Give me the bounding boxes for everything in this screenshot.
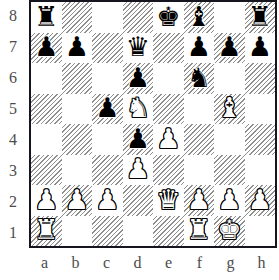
square-e7[interactable] xyxy=(153,33,184,64)
white-pawn: ♟ xyxy=(95,186,119,213)
white-pawn: ♟ xyxy=(34,186,58,213)
square-g2[interactable]: ♟ xyxy=(214,185,245,216)
square-b4[interactable] xyxy=(62,124,93,155)
square-h4[interactable] xyxy=(245,124,276,155)
square-e5[interactable] xyxy=(153,94,184,125)
square-f7[interactable]: ♟ xyxy=(184,33,215,64)
square-b3[interactable] xyxy=(62,155,93,186)
square-e1[interactable] xyxy=(153,216,184,247)
rank-label-4: 4 xyxy=(0,124,26,155)
rank-label-8: 8 xyxy=(0,0,26,31)
white-pawn: ♟ xyxy=(65,186,89,213)
square-e6[interactable] xyxy=(153,63,184,94)
square-c3[interactable] xyxy=(92,155,123,186)
rank-labels: 87654321 xyxy=(0,0,26,248)
square-a6[interactable] xyxy=(31,63,62,94)
square-h2[interactable]: ♟ xyxy=(245,185,276,216)
rank-label-5: 5 xyxy=(0,93,26,124)
square-e3[interactable] xyxy=(153,155,184,186)
square-g3[interactable] xyxy=(214,155,245,186)
white-pawn: ♟ xyxy=(126,155,150,182)
square-d7[interactable]: ♛ xyxy=(123,33,154,64)
square-b1[interactable] xyxy=(62,216,93,247)
file-label-f: f xyxy=(184,250,215,276)
square-d5[interactable]: ♞ xyxy=(123,94,154,125)
square-a2[interactable]: ♟ xyxy=(31,185,62,216)
square-b5[interactable] xyxy=(62,94,93,125)
square-b2[interactable]: ♟ xyxy=(62,185,93,216)
chess-diagram: 87654321 ♜♚♝♜♟♟♛♟♟♟♟♞♟♞♝♟♟♟♟♟♟♛♟♟♟♜♜♚ ab… xyxy=(0,0,279,280)
square-f1[interactable]: ♜ xyxy=(184,216,215,247)
square-g4[interactable] xyxy=(214,124,245,155)
square-c4[interactable] xyxy=(92,124,123,155)
rank-label-2: 2 xyxy=(0,186,26,217)
square-a7[interactable]: ♟ xyxy=(31,33,62,64)
square-g6[interactable] xyxy=(214,63,245,94)
black-rook: ♜ xyxy=(34,3,58,30)
square-g1[interactable]: ♚ xyxy=(214,216,245,247)
square-a8[interactable]: ♜ xyxy=(31,2,62,33)
square-b8[interactable] xyxy=(62,2,93,33)
file-label-d: d xyxy=(122,250,153,276)
square-f6[interactable]: ♞ xyxy=(184,63,215,94)
square-d2[interactable] xyxy=(123,185,154,216)
white-pawn: ♟ xyxy=(248,186,272,213)
white-king: ♚ xyxy=(217,216,241,243)
square-f8[interactable]: ♝ xyxy=(184,2,215,33)
square-f4[interactable] xyxy=(184,124,215,155)
black-knight: ♞ xyxy=(187,64,211,91)
square-d3[interactable]: ♟ xyxy=(123,155,154,186)
chess-board: ♜♚♝♜♟♟♛♟♟♟♟♞♟♞♝♟♟♟♟♟♟♛♟♟♟♜♜♚ xyxy=(29,0,277,248)
black-pawn: ♟ xyxy=(95,94,119,121)
square-e4[interactable]: ♟ xyxy=(153,124,184,155)
rank-label-3: 3 xyxy=(0,155,26,186)
square-g5[interactable]: ♝ xyxy=(214,94,245,125)
square-c2[interactable]: ♟ xyxy=(92,185,123,216)
black-bishop: ♝ xyxy=(187,3,211,30)
white-bishop: ♝ xyxy=(217,94,241,121)
square-d1[interactable] xyxy=(123,216,154,247)
square-e2[interactable]: ♛ xyxy=(153,185,184,216)
square-f2[interactable]: ♟ xyxy=(184,185,215,216)
file-label-b: b xyxy=(60,250,91,276)
square-h6[interactable] xyxy=(245,63,276,94)
file-label-h: h xyxy=(246,250,277,276)
square-c5[interactable]: ♟ xyxy=(92,94,123,125)
black-pawn: ♟ xyxy=(126,125,150,152)
square-b6[interactable] xyxy=(62,63,93,94)
square-a5[interactable] xyxy=(31,94,62,125)
square-g7[interactable]: ♟ xyxy=(214,33,245,64)
square-c6[interactable] xyxy=(92,63,123,94)
square-d6[interactable]: ♟ xyxy=(123,63,154,94)
rank-label-7: 7 xyxy=(0,31,26,62)
rank-label-1: 1 xyxy=(0,217,26,248)
square-d8[interactable] xyxy=(123,2,154,33)
black-king: ♚ xyxy=(156,3,180,30)
square-h8[interactable]: ♜ xyxy=(245,2,276,33)
white-knight: ♞ xyxy=(126,94,150,121)
white-pawn: ♟ xyxy=(156,125,180,152)
black-pawn: ♟ xyxy=(34,33,58,60)
white-rook: ♜ xyxy=(187,216,211,243)
square-a1[interactable]: ♜ xyxy=(31,216,62,247)
black-pawn: ♟ xyxy=(217,33,241,60)
file-label-a: a xyxy=(29,250,60,276)
white-pawn: ♟ xyxy=(187,186,211,213)
square-b7[interactable]: ♟ xyxy=(62,33,93,64)
black-pawn: ♟ xyxy=(248,33,272,60)
black-pawn: ♟ xyxy=(126,64,150,91)
file-label-e: e xyxy=(153,250,184,276)
white-queen: ♛ xyxy=(156,186,180,213)
square-h3[interactable] xyxy=(245,155,276,186)
file-label-c: c xyxy=(91,250,122,276)
black-pawn: ♟ xyxy=(187,33,211,60)
square-d4[interactable]: ♟ xyxy=(123,124,154,155)
square-h7[interactable]: ♟ xyxy=(245,33,276,64)
square-h1[interactable] xyxy=(245,216,276,247)
square-c7[interactable] xyxy=(92,33,123,64)
file-labels: abcdefgh xyxy=(29,250,277,276)
square-c8[interactable] xyxy=(92,2,123,33)
square-h5[interactable] xyxy=(245,94,276,125)
black-rook: ♜ xyxy=(248,3,272,30)
square-c1[interactable] xyxy=(92,216,123,247)
square-e8[interactable]: ♚ xyxy=(153,2,184,33)
file-label-g: g xyxy=(215,250,246,276)
square-a4[interactable] xyxy=(31,124,62,155)
white-pawn: ♟ xyxy=(217,186,241,213)
square-a3[interactable] xyxy=(31,155,62,186)
white-rook: ♜ xyxy=(34,216,58,243)
black-queen: ♛ xyxy=(126,33,150,60)
square-f5[interactable] xyxy=(184,94,215,125)
black-pawn: ♟ xyxy=(65,33,89,60)
square-g8[interactable] xyxy=(214,2,245,33)
rank-label-6: 6 xyxy=(0,62,26,93)
square-f3[interactable] xyxy=(184,155,215,186)
